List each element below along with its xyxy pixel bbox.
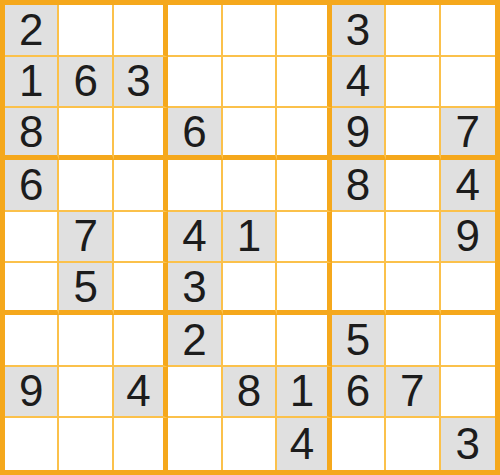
cell-r9c7[interactable] [332,418,386,470]
cell-r5c3[interactable] [114,212,168,264]
cell-r7c2[interactable] [59,315,113,367]
cell-r2c9[interactable] [441,57,495,109]
cell-r3c8[interactable] [386,108,440,160]
cell-r5c4: 4 [168,212,222,264]
cell-r8c4[interactable] [168,367,222,419]
cell-r9c6: 4 [277,418,331,470]
cell-r8c5: 8 [223,367,277,419]
cell-r8c8: 7 [386,367,440,419]
cell-r2c7: 4 [332,57,386,109]
cell-r7c5[interactable] [223,315,277,367]
cell-r5c6[interactable] [277,212,331,264]
cell-r8c9[interactable] [441,367,495,419]
cell-r1c3[interactable] [114,5,168,57]
cell-r7c4: 2 [168,315,222,367]
cell-r1c9[interactable] [441,5,495,57]
cell-r3c2[interactable] [59,108,113,160]
cell-r3c7: 9 [332,108,386,160]
cell-r1c1: 2 [5,5,59,57]
cell-r3c6[interactable] [277,108,331,160]
cell-r3c5[interactable] [223,108,277,160]
cell-r8c3: 4 [114,367,168,419]
cell-r2c1: 1 [5,57,59,109]
cell-r3c1: 8 [5,108,59,160]
cell-r2c8[interactable] [386,57,440,109]
cell-r4c6[interactable] [277,160,331,212]
cell-r8c7: 6 [332,367,386,419]
cell-r7c7: 5 [332,315,386,367]
cell-r1c7: 3 [332,5,386,57]
cell-r4c7: 8 [332,160,386,212]
cell-r9c2[interactable] [59,418,113,470]
cell-r4c5[interactable] [223,160,277,212]
cell-r6c4: 3 [168,263,222,315]
cell-r7c6[interactable] [277,315,331,367]
cell-r2c3: 3 [114,57,168,109]
cell-r6c5[interactable] [223,263,277,315]
cell-r8c1: 9 [5,367,59,419]
cell-r5c9: 9 [441,212,495,264]
cell-r7c3[interactable] [114,315,168,367]
cell-r1c4[interactable] [168,5,222,57]
sudoku-board: 23163486976847419532594816743 [0,0,500,475]
cell-r6c3[interactable] [114,263,168,315]
cell-r5c1[interactable] [5,212,59,264]
cell-r9c1[interactable] [5,418,59,470]
cell-r3c3[interactable] [114,108,168,160]
cell-r1c5[interactable] [223,5,277,57]
cell-r8c2[interactable] [59,367,113,419]
cell-r6c6[interactable] [277,263,331,315]
cell-r2c6[interactable] [277,57,331,109]
cell-r1c8[interactable] [386,5,440,57]
cell-r4c1: 6 [5,160,59,212]
cell-r5c2: 7 [59,212,113,264]
cell-r5c7[interactable] [332,212,386,264]
cell-r6c9[interactable] [441,263,495,315]
cell-r9c8[interactable] [386,418,440,470]
cell-r4c2[interactable] [59,160,113,212]
cell-r7c8[interactable] [386,315,440,367]
cell-r1c6[interactable] [277,5,331,57]
cell-r2c4[interactable] [168,57,222,109]
cell-r6c1[interactable] [5,263,59,315]
cell-r5c5: 1 [223,212,277,264]
cell-r9c5[interactable] [223,418,277,470]
cell-r3c4: 6 [168,108,222,160]
cell-r6c7[interactable] [332,263,386,315]
cell-r4c8[interactable] [386,160,440,212]
cell-r7c1[interactable] [5,315,59,367]
cell-r4c3[interactable] [114,160,168,212]
cell-r8c6: 1 [277,367,331,419]
cell-r7c9[interactable] [441,315,495,367]
cell-r9c9: 3 [441,418,495,470]
cell-r5c8[interactable] [386,212,440,264]
cell-r9c4[interactable] [168,418,222,470]
cell-r4c4[interactable] [168,160,222,212]
cell-r2c5[interactable] [223,57,277,109]
cell-r3c9: 7 [441,108,495,160]
cell-r2c2: 6 [59,57,113,109]
cell-r6c8[interactable] [386,263,440,315]
cell-r1c2[interactable] [59,5,113,57]
cell-r4c9: 4 [441,160,495,212]
cell-r9c3[interactable] [114,418,168,470]
cell-r6c2: 5 [59,263,113,315]
